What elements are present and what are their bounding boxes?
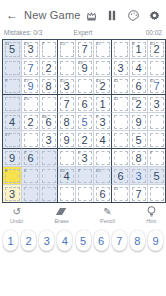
number-pad: 123456789 — [0, 224, 166, 251]
cell-r7c3[interactable] — [39, 148, 57, 166]
action-toolbar: ↺ Undo Erase ✎ Pencil Hint — [0, 203, 166, 224]
numpad-9[interactable]: 9 — [148, 230, 163, 251]
cell-digit: 8 — [58, 113, 75, 130]
pencil-icon: ✎ — [103, 206, 111, 217]
cage-sum: 9 — [5, 78, 7, 82]
cell-r6c9[interactable] — [147, 130, 165, 148]
cell-r9c7[interactable]: 11 — [111, 184, 129, 202]
numpad-3[interactable]: 3 — [39, 230, 54, 251]
cell-digit: 4 — [3, 113, 21, 130]
cage-sum: 7 — [24, 150, 26, 154]
cell-r3c1[interactable]: 9 — [3, 76, 21, 94]
cell-r8c7[interactable]: 6 — [111, 166, 129, 184]
cell-r2c5[interactable]: 189 — [75, 58, 93, 76]
cell-r6c3[interactable]: 3 — [39, 130, 57, 148]
cell-digit: 5 — [130, 131, 147, 148]
cage-sum: 10 — [150, 78, 155, 82]
cage-sum: 10 — [60, 78, 65, 82]
cell-r5c2[interactable]: 2 — [21, 112, 39, 130]
cage-sum: 14 — [96, 78, 101, 82]
cell-r5c1[interactable]: 4 — [3, 112, 21, 130]
cage-sum: 15 — [96, 168, 101, 172]
cell-r3c5[interactable] — [75, 76, 93, 94]
cell-r4c4[interactable]: 7 — [57, 94, 75, 112]
cell-r1c4[interactable]: 13 — [57, 40, 75, 58]
cell-r3c4[interactable]: 103 — [57, 76, 75, 94]
cell-digit: 3 — [40, 131, 57, 148]
cell-r6c8[interactable]: 5 — [129, 130, 147, 148]
erase-button[interactable]: Erase — [54, 206, 68, 224]
cage-sum: 17 — [24, 78, 29, 82]
cell-r7c4[interactable] — [57, 148, 75, 166]
cell-r1c1[interactable]: 115 — [3, 40, 21, 58]
eraser-icon — [56, 206, 67, 217]
cell-r2c3[interactable]: 2 — [39, 58, 57, 76]
cell-r5c3[interactable]: 366 — [39, 112, 57, 130]
numpad-6[interactable]: 6 — [94, 230, 109, 251]
cell-r4c2[interactable]: 20 — [21, 94, 39, 112]
cell-r1c2[interactable]: 133 — [21, 40, 39, 58]
cell-digit: 9 — [3, 149, 21, 166]
cell-r8c2[interactable]: 5 — [21, 166, 39, 184]
mistakes-counter: Mistakes: 0/3 — [4, 29, 42, 36]
board-grid: 1151337137178110272189349179810314211610… — [2, 39, 166, 203]
cell-r4c3[interactable] — [39, 94, 57, 112]
cell-r7c8[interactable]: 8 — [129, 148, 147, 166]
undo-button[interactable]: ↺ Undo — [10, 206, 23, 224]
cage-sum: 17 — [5, 132, 10, 136]
cell-digit: 5 — [76, 113, 93, 130]
cell-digit: 6 — [94, 185, 111, 202]
cell-digit: 4 — [94, 131, 111, 148]
cage-sum: 36 — [42, 114, 47, 118]
cell-r6c7[interactable] — [111, 130, 129, 148]
cell-digit: 2 — [22, 113, 39, 130]
cell-r5c8[interactable]: 9 — [129, 112, 147, 130]
cell-r3c8[interactable]: 6 — [129, 76, 147, 94]
cell-r4c6[interactable]: 1 — [93, 94, 111, 112]
numpad-7[interactable]: 7 — [112, 230, 127, 251]
cage-sum: 7 — [42, 41, 44, 45]
cell-digit: 7 — [22, 59, 39, 76]
cell-digit: 8 — [40, 77, 57, 94]
cell-r3c7[interactable]: 11 — [111, 76, 129, 94]
gear-icon[interactable] — [148, 9, 160, 21]
cell-r7c5[interactable]: 93 — [75, 148, 93, 166]
cell-r8c4[interactable]: 164 — [57, 166, 75, 184]
cell-r6c4[interactable]: 9 — [57, 130, 75, 148]
cell-r2c4[interactable] — [57, 58, 75, 76]
cell-r1c3[interactable]: 7 — [39, 40, 57, 58]
cage-sum: 11 — [5, 41, 9, 45]
cage-sum: 13 — [60, 41, 65, 45]
cell-r7c1[interactable]: 9 — [3, 148, 21, 166]
cell-r8c1[interactable]: 8 — [3, 166, 21, 184]
cell-digit: 3 — [112, 59, 129, 76]
cage-sum: 9 — [96, 114, 98, 118]
cell-r4c7[interactable]: 11 — [111, 94, 129, 112]
cell-r3c9[interactable]: 107 — [147, 76, 165, 94]
numpad-2[interactable]: 2 — [21, 230, 36, 251]
cell-r5c4[interactable]: 8 — [57, 112, 75, 130]
cell-digit: 9 — [130, 113, 147, 130]
page-title: New Game — [24, 9, 85, 21]
cell-digit: 7 — [58, 95, 75, 112]
cell-r5c5[interactable]: 5 — [75, 112, 93, 130]
cell-digit: 3 — [3, 185, 21, 202]
cell-r9c8[interactable]: 7 — [129, 184, 147, 202]
cell-digit: 7 — [76, 40, 93, 58]
cell-r2c8[interactable]: 4 — [129, 58, 147, 76]
undo-label: Undo — [10, 218, 23, 224]
cell-r9c4[interactable] — [57, 184, 75, 202]
numpad-5[interactable]: 5 — [76, 230, 91, 251]
hint-button[interactable]: Hint — [146, 206, 156, 224]
cell-r1c5[interactable]: 7 — [75, 40, 93, 58]
cell-digit: 1 — [94, 95, 111, 112]
app-bar-icons — [85, 9, 160, 21]
pencil-label: Pencil — [100, 218, 115, 224]
cell-digit: 4 — [130, 59, 147, 76]
cell-digit: 2 — [40, 59, 57, 76]
back-icon[interactable]: ← — [6, 8, 18, 22]
lightbulb-icon — [147, 206, 156, 217]
cell-r8c3[interactable] — [39, 166, 57, 184]
pencil-button[interactable]: ✎ Pencil — [100, 206, 115, 224]
cage-sum: 17 — [96, 41, 101, 45]
cell-r4c5[interactable]: 6 — [75, 94, 93, 112]
cage-sum: 16 — [60, 168, 65, 172]
cell-digit: 6 — [112, 167, 129, 184]
cell-r1c8[interactable]: 81 — [129, 40, 147, 58]
cage-sum: 5 — [24, 168, 26, 172]
cell-r7c7[interactable] — [111, 148, 129, 166]
cell-r6c5[interactable]: 2 — [75, 130, 93, 148]
erase-label: Erase — [54, 218, 68, 224]
hint-label: Hint — [146, 218, 156, 224]
timer: 00:02 — [146, 29, 162, 36]
status-bar: Mistakes: 0/3 Expert 00:02 — [0, 28, 166, 38]
cage-sum: 11 — [114, 78, 118, 82]
cell-r7c9[interactable]: 7 — [147, 148, 165, 166]
undo-icon: ↺ — [12, 206, 20, 217]
cell-r1c7[interactable] — [111, 40, 129, 58]
cell-r6c1[interactable]: 17 — [3, 130, 21, 148]
cell-r2c7[interactable]: 3 — [111, 58, 129, 76]
cell-r5c9[interactable] — [147, 112, 165, 130]
cage-sum: 13 — [24, 41, 29, 45]
cell-r9c6[interactable]: 6 — [93, 184, 111, 202]
cell-r9c9[interactable] — [147, 184, 165, 202]
cell-r9c1[interactable]: 3 — [3, 184, 21, 202]
cage-sum: 8 — [5, 168, 7, 172]
cell-r4c8[interactable]: 242 — [129, 94, 147, 112]
cage-sum: 9 — [78, 150, 80, 154]
numpad-4[interactable]: 4 — [57, 230, 72, 251]
cell-r8c6[interactable]: 15 — [93, 166, 111, 184]
cell-r9c3[interactable] — [39, 184, 57, 202]
cage-sum: 20 — [24, 96, 29, 100]
cell-r2c2[interactable]: 7 — [21, 58, 39, 76]
cell-r2c9[interactable] — [147, 58, 165, 76]
cell-r9c5[interactable] — [75, 184, 93, 202]
numpad-8[interactable]: 8 — [130, 230, 145, 251]
cell-digit: 7 — [130, 185, 147, 202]
cell-r5c6[interactable]: 93 — [93, 112, 111, 130]
cage-sum: 18 — [78, 60, 83, 64]
crown-icon[interactable] — [85, 9, 97, 21]
cell-r4c9[interactable]: 3 — [147, 94, 165, 112]
cage-sum: 24 — [132, 96, 137, 100]
killer-sudoku-app: { "game": "killer-sudoku", "position": "… — [0, 0, 166, 296]
cell-digit: 2 — [76, 131, 93, 148]
cage-sum: 11 — [114, 186, 118, 190]
pause-icon[interactable] — [106, 9, 118, 21]
cell-r2c1[interactable] — [3, 58, 21, 76]
cell-r7c2[interactable]: 76 — [21, 148, 39, 166]
cell-digit: 3 — [148, 95, 165, 112]
cell-r4c1[interactable] — [3, 94, 21, 112]
cell-r5c7[interactable] — [111, 112, 129, 130]
cell-r6c2[interactable] — [21, 130, 39, 148]
cage-sum: 10 — [150, 41, 155, 45]
cell-r1c6[interactable]: 17 — [93, 40, 111, 58]
cage-sum: 7 — [150, 150, 152, 154]
cell-r9c2[interactable] — [21, 184, 39, 202]
cell-digit: 6 — [76, 95, 93, 112]
cell-r7c6[interactable] — [93, 148, 111, 166]
cell-r2c6[interactable] — [93, 58, 111, 76]
cage-sum: 7 — [78, 168, 80, 172]
palette-icon[interactable] — [127, 9, 139, 21]
cell-r3c6[interactable]: 142 — [93, 76, 111, 94]
cell-r3c3[interactable]: 8 — [39, 76, 57, 94]
numpad-1[interactable]: 1 — [3, 230, 18, 251]
app-bar: ← New Game — [0, 0, 166, 28]
cell-r8c8[interactable]: 3 — [129, 166, 147, 184]
cell-r6c6[interactable]: 4 — [93, 130, 111, 148]
cell-digit: 9 — [58, 131, 75, 148]
cell-digit: 8 — [130, 149, 147, 166]
cell-digit: 6 — [130, 77, 147, 94]
cell-r1c9[interactable]: 102 — [147, 40, 165, 58]
cell-digit: 3 — [130, 167, 147, 184]
cell-r8c5[interactable]: 7 — [75, 166, 93, 184]
cage-sum: 11 — [114, 96, 118, 100]
cell-r8c9[interactable]: 5 — [147, 166, 165, 184]
cage-sum: 8 — [132, 41, 134, 45]
cell-r3c2[interactable]: 179 — [21, 76, 39, 94]
cell-digit: 5 — [148, 167, 165, 184]
